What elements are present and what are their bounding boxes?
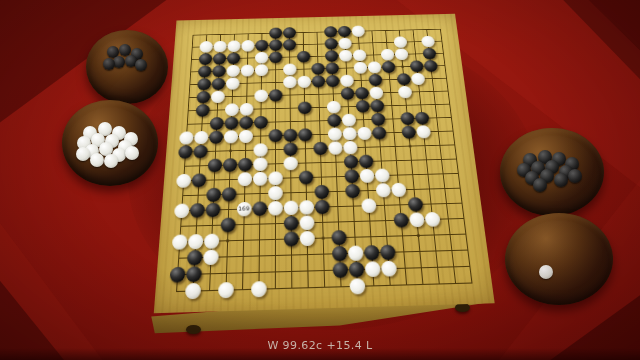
stone-white — [203, 233, 219, 248]
stone-black — [252, 201, 267, 216]
stone-black — [355, 100, 369, 113]
stone-white — [369, 86, 383, 99]
bowl-stone-white — [104, 154, 118, 168]
stone-black — [195, 104, 209, 117]
stone-white — [253, 143, 267, 157]
stone-white — [199, 41, 213, 53]
stone-black — [401, 125, 416, 138]
stone-black — [212, 65, 226, 77]
stone-black — [283, 142, 297, 156]
bowl-bottom-right-single-white — [505, 213, 613, 305]
stone-black — [354, 87, 368, 100]
stone-black — [224, 116, 238, 129]
stone-white — [408, 212, 424, 227]
stone-white — [239, 103, 253, 116]
stone-white — [210, 90, 224, 103]
stone-white — [283, 76, 296, 88]
stone-white — [184, 282, 200, 298]
bowl-stone-white — [76, 147, 90, 161]
stone-black — [197, 65, 211, 77]
stone-black — [269, 39, 282, 51]
stone-white — [299, 200, 314, 215]
stone-white — [283, 63, 296, 75]
stone-black — [191, 173, 206, 187]
stone-black — [189, 203, 204, 218]
stone-white — [299, 230, 314, 245]
stone-black — [358, 154, 373, 168]
stone-black — [407, 197, 423, 212]
stone-white — [340, 74, 354, 86]
stone-white — [338, 37, 352, 49]
stone-white — [223, 130, 237, 143]
stone-black — [208, 130, 223, 143]
stone-black — [340, 87, 354, 100]
stone-black — [197, 78, 211, 90]
bowl-stone-black — [554, 173, 568, 187]
bowl-interior — [86, 30, 168, 104]
board-foot — [455, 303, 470, 312]
stone-white — [283, 200, 298, 215]
stone-black — [379, 244, 395, 260]
stone-black — [193, 144, 208, 158]
stone-black — [298, 128, 312, 141]
stone-black — [222, 158, 237, 172]
bowl-right-black-stones — [500, 128, 604, 216]
stone-white — [194, 131, 209, 144]
stone-black — [209, 117, 223, 130]
stone-white — [357, 126, 372, 139]
stone-white — [253, 157, 267, 171]
stone-white — [341, 113, 355, 126]
stone-black — [400, 112, 415, 125]
stone-white — [410, 72, 425, 84]
stone-black — [314, 184, 329, 198]
stone-white — [361, 198, 376, 213]
stone-white — [241, 40, 254, 52]
stone-black — [255, 39, 268, 51]
bowl-stone-black — [135, 59, 147, 71]
stone-white — [367, 61, 381, 73]
stone-white — [187, 234, 203, 249]
stone-black — [178, 145, 193, 159]
stone-black — [226, 52, 240, 64]
stone-black — [297, 50, 310, 62]
move-number-label: 169 — [238, 206, 249, 212]
stone-black — [220, 217, 235, 232]
stone-white — [297, 75, 311, 87]
bowl-stone-white — [90, 153, 104, 167]
stone-white — [359, 168, 374, 182]
bowl-stone-black — [568, 169, 582, 183]
stone-black — [313, 141, 327, 155]
stone-black — [324, 50, 338, 62]
stone-black — [207, 158, 222, 172]
stone-white — [176, 173, 191, 187]
stone-black — [283, 215, 298, 230]
stone-white — [254, 89, 268, 102]
goban[interactable]: 169 — [154, 14, 495, 313]
stone-white — [268, 200, 283, 215]
stone-black — [311, 62, 325, 74]
stone-black — [422, 47, 436, 59]
stone-white — [421, 35, 435, 47]
bowl-stone-black — [103, 58, 115, 70]
stone-black — [311, 75, 325, 87]
star-point — [408, 144, 411, 147]
stone-white — [213, 40, 227, 52]
stone-black — [239, 116, 253, 129]
stone-black — [211, 77, 225, 89]
stone-white — [397, 86, 412, 98]
stone-black — [337, 25, 350, 36]
stone-black — [297, 101, 311, 114]
stone-black — [414, 111, 429, 124]
stone-white — [217, 281, 233, 297]
stone-white — [203, 249, 219, 265]
stone-white — [364, 261, 380, 277]
stone-black — [331, 230, 346, 245]
stone-white — [179, 131, 194, 144]
stone-white — [343, 140, 358, 154]
stone-white — [299, 215, 314, 230]
stone-black — [186, 249, 202, 265]
stone-white — [416, 125, 431, 138]
stone-black — [332, 262, 348, 278]
stone-white — [268, 186, 283, 200]
stone-white — [252, 171, 267, 185]
stone-black — [238, 157, 253, 171]
stone-black — [283, 27, 296, 38]
stone-black — [268, 129, 282, 142]
stone-black — [196, 91, 210, 104]
stone-white — [352, 49, 366, 61]
stone-white — [349, 278, 365, 294]
stone-black — [269, 27, 282, 38]
stone-white — [347, 245, 363, 261]
stone-white — [254, 64, 267, 76]
stone-black — [314, 199, 329, 214]
stone-black — [423, 60, 438, 72]
stone-black — [371, 126, 386, 139]
stone-black — [283, 231, 298, 246]
stone-white — [374, 168, 389, 182]
stone-marked-move: 169 — [236, 201, 251, 216]
stone-black — [393, 212, 409, 227]
stone-black — [348, 261, 364, 277]
stone-black — [283, 128, 297, 141]
stone-white — [353, 61, 367, 73]
bowl-top-left-black-stones — [86, 30, 168, 104]
status-text: W 99.62c +15.4 L — [0, 339, 640, 352]
bowl-stone-white — [125, 146, 139, 160]
stone-black — [283, 39, 296, 51]
stone-black — [325, 75, 339, 87]
stone-black — [396, 73, 410, 85]
stone-white — [237, 172, 252, 186]
stone-black — [324, 26, 337, 37]
stone-white — [394, 48, 408, 60]
stone-white — [390, 182, 406, 196]
star-point — [401, 65, 404, 67]
stone-white — [393, 36, 407, 48]
stone-white — [380, 260, 396, 276]
stone-black — [269, 51, 282, 63]
star-point — [226, 239, 229, 242]
bowl-left-white-stones — [62, 100, 158, 186]
stone-white — [328, 141, 343, 155]
bowl-stone-white — [539, 265, 553, 279]
stone-white — [375, 183, 390, 197]
stone-white — [171, 234, 187, 249]
stone-black — [363, 245, 379, 261]
stone-white — [424, 211, 440, 226]
stone-white — [255, 51, 268, 63]
stone-white — [342, 127, 357, 140]
stone-black — [206, 187, 221, 201]
stone-white — [238, 129, 252, 142]
stone-black — [371, 112, 386, 125]
stone-black — [205, 202, 220, 217]
stone-black — [198, 53, 212, 65]
stone-white — [283, 156, 297, 170]
star-point — [416, 233, 419, 236]
bowl-interior — [505, 213, 613, 305]
go-game-scene: 169 W 99.62c +15.4 L — [0, 0, 640, 360]
stone-black — [344, 169, 359, 183]
stone-black — [345, 183, 360, 197]
stone-black — [185, 266, 201, 282]
board-foot — [186, 325, 201, 334]
stone-black — [253, 115, 267, 128]
stone-black — [381, 61, 395, 73]
stone-black — [343, 155, 358, 169]
stone-white — [173, 203, 189, 218]
stone-white — [338, 49, 352, 61]
stone-white — [225, 77, 239, 89]
stone-black — [327, 114, 341, 127]
stone-white — [380, 48, 394, 60]
stone-white — [226, 64, 240, 76]
stone-black — [169, 266, 185, 282]
stone-black — [325, 62, 339, 74]
stone-white — [240, 64, 254, 76]
star-point — [321, 236, 324, 239]
board-perspective-wrapper: 169 — [154, 14, 495, 313]
stone-black — [331, 245, 347, 261]
stone-black — [298, 170, 313, 184]
stone-white — [268, 171, 282, 185]
stone-black — [409, 60, 423, 72]
stone-black — [324, 38, 337, 50]
stone-black — [212, 52, 226, 64]
stone-black — [370, 99, 384, 112]
stone-black — [221, 187, 236, 201]
bowl-stone-black — [533, 178, 547, 192]
stone-white — [326, 100, 340, 113]
stone-white — [224, 103, 238, 116]
stone-white — [327, 127, 341, 140]
stone-white — [351, 25, 365, 36]
star-point — [229, 149, 232, 152]
stone-white — [227, 40, 240, 52]
stone-black — [368, 73, 382, 85]
stone-white — [251, 281, 267, 297]
stone-black — [268, 89, 282, 102]
